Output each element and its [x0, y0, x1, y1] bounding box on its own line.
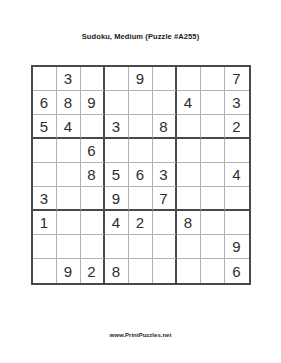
sudoku-cell-r5c7	[177, 163, 201, 187]
sudoku-cell-r2c5	[129, 91, 153, 115]
sudoku-cell-r3c4: 3	[105, 115, 129, 139]
sudoku-cell-r2c4	[105, 91, 129, 115]
sudoku-cell-r9c3: 2	[81, 259, 105, 283]
sudoku-cell-r7c2	[57, 211, 81, 235]
sudoku-cell-r3c6: 8	[153, 115, 177, 139]
sudoku-cell-r9c5	[129, 259, 153, 283]
sudoku-cell-r1c8	[201, 67, 225, 91]
sudoku-cell-r4c5	[129, 139, 153, 163]
sudoku-cell-r8c3	[81, 235, 105, 259]
sudoku-cell-r8c2	[57, 235, 81, 259]
sudoku-cell-r1c6	[153, 67, 177, 91]
sudoku-cell-r8c8	[201, 235, 225, 259]
sudoku-cell-r4c1	[33, 139, 57, 163]
sudoku-cell-r2c8	[201, 91, 225, 115]
sudoku-cell-r5c1	[33, 163, 57, 187]
sudoku-cell-r2c1: 6	[33, 91, 57, 115]
sudoku-cell-r8c6	[153, 235, 177, 259]
sudoku-cell-r7c3	[81, 211, 105, 235]
sudoku-cell-r1c5: 9	[129, 67, 153, 91]
sudoku-cell-r3c1: 5	[33, 115, 57, 139]
sudoku-cell-r6c6: 7	[153, 187, 177, 211]
sudoku-cell-r3c2: 4	[57, 115, 81, 139]
sudoku-cell-r6c9	[225, 187, 249, 211]
sudoku-cell-r4c4	[105, 139, 129, 163]
sudoku-cell-r1c9: 7	[225, 67, 249, 91]
sudoku-cell-r3c5	[129, 115, 153, 139]
sudoku-cell-r4c7	[177, 139, 201, 163]
sudoku-cell-r4c9	[225, 139, 249, 163]
sudoku-cell-r7c1: 1	[33, 211, 57, 235]
sudoku-cell-r3c3	[81, 115, 105, 139]
sudoku-cell-r5c6: 3	[153, 163, 177, 187]
sudoku-cell-r7c9	[225, 211, 249, 235]
sudoku-cell-r1c7	[177, 67, 201, 91]
sudoku-cell-r5c4: 5	[105, 163, 129, 187]
sudoku-cell-r5c9: 4	[225, 163, 249, 187]
sudoku-cell-r3c9: 2	[225, 115, 249, 139]
sudoku-cell-r1c1	[33, 67, 57, 91]
sudoku-cell-r6c8	[201, 187, 225, 211]
sudoku-cell-r6c7	[177, 187, 201, 211]
sudoku-cell-r6c3	[81, 187, 105, 211]
sudoku-cell-r8c9: 9	[225, 235, 249, 259]
sudoku-cell-r9c7	[177, 259, 201, 283]
sudoku-cell-r7c4: 4	[105, 211, 129, 235]
sudoku-cell-r9c8	[201, 259, 225, 283]
sudoku-cell-r9c2: 9	[57, 259, 81, 283]
sudoku-cell-r9c9: 6	[225, 259, 249, 283]
sudoku-cell-r3c8	[201, 115, 225, 139]
sudoku-cell-r2c9: 3	[225, 91, 249, 115]
sudoku-cell-r4c8	[201, 139, 225, 163]
sudoku-cell-r7c7: 8	[177, 211, 201, 235]
sudoku-cell-r2c6	[153, 91, 177, 115]
footer-url: www.PrintPuzzles.net	[0, 332, 281, 338]
sudoku-cell-r2c3: 9	[81, 91, 105, 115]
sudoku-cell-r4c3: 6	[81, 139, 105, 163]
sudoku-cell-r1c2: 3	[57, 67, 81, 91]
sudoku-cell-r8c5	[129, 235, 153, 259]
sudoku-cell-r1c4	[105, 67, 129, 91]
puzzle-title: Sudoku, Medium (Puzzle #A255)	[0, 32, 281, 41]
sudoku-cell-r7c6	[153, 211, 177, 235]
sudoku-cell-r7c5: 2	[129, 211, 153, 235]
sudoku-cell-r6c5	[129, 187, 153, 211]
sudoku-cell-r8c7	[177, 235, 201, 259]
sudoku-board: 3976894354382685634397142899286	[31, 65, 251, 285]
sudoku-cell-r2c7: 4	[177, 91, 201, 115]
sudoku-cell-r1c3	[81, 67, 105, 91]
sudoku-cell-r9c1	[33, 259, 57, 283]
sudoku-cell-r4c6	[153, 139, 177, 163]
sudoku-cell-r3c7	[177, 115, 201, 139]
sudoku-cell-r8c1	[33, 235, 57, 259]
sudoku-cell-r7c8	[201, 211, 225, 235]
sudoku-cell-r9c4: 8	[105, 259, 129, 283]
sudoku-cell-r8c4	[105, 235, 129, 259]
sudoku-cell-r5c3: 8	[81, 163, 105, 187]
sudoku-cell-r9c6	[153, 259, 177, 283]
sudoku-cell-r5c5: 6	[129, 163, 153, 187]
sudoku-cell-r6c4: 9	[105, 187, 129, 211]
sudoku-cell-r4c2	[57, 139, 81, 163]
sudoku-cell-r5c2	[57, 163, 81, 187]
sudoku-cell-r5c8	[201, 163, 225, 187]
sudoku-cell-r6c1: 3	[33, 187, 57, 211]
sudoku-cell-r2c2: 8	[57, 91, 81, 115]
puzzle-page: Sudoku, Medium (Puzzle #A255) 3976894354…	[0, 0, 281, 363]
sudoku-cell-r6c2	[57, 187, 81, 211]
